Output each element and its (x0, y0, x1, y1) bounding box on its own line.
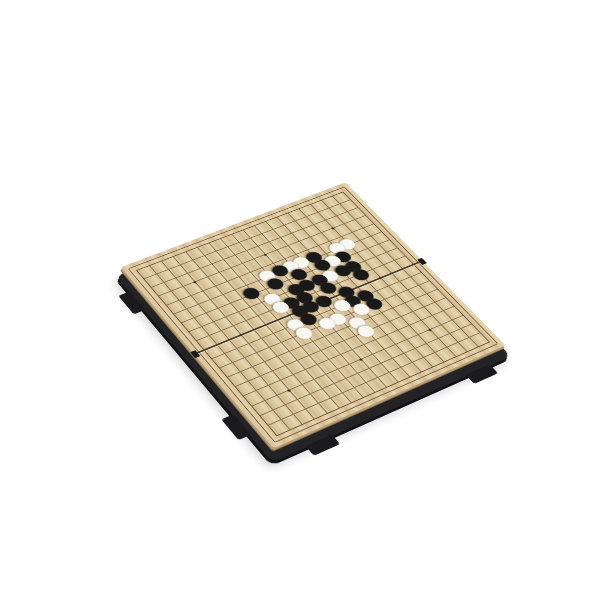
go-board-product-photo: ●●●●●●●●●●●●●●●●●●●●●●●●●●●●●●●●●●●●●●●●… (0, 0, 600, 600)
board-foot (118, 291, 146, 314)
go-board: ●●●●●●●●●●●●●●●●●●●●●●●●●●●●●●●●●●●●●●●●… (121, 182, 506, 448)
board-foot (466, 364, 499, 384)
board-foot (222, 414, 252, 440)
board-foot (305, 435, 340, 456)
